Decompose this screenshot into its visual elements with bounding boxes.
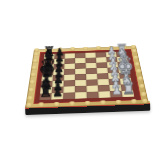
board-tilt-wrapper: ♜♞♝♛♚♝♞♜♟♟♟♟♟♟♟♟♟♟♟♟♟♟♟♟♜♞♝♛♚♝♞♜ [0,0,160,160]
frame-stud [69,101,75,106]
frame-stud [139,84,144,88]
frame-stud [96,46,101,50]
square-h4[interactable] [87,92,99,99]
frame-stud [38,102,44,107]
frame-stud [130,99,136,104]
frame-stud [26,102,32,107]
frame-stud [27,96,33,101]
square-h5[interactable] [75,92,87,99]
frame-stud [100,100,106,105]
frame-stud [53,102,59,107]
frame-stud [83,46,88,50]
frame-stud [115,99,121,104]
white-rook-h1[interactable]: ♜ [117,80,139,96]
chess-set-render: ♜♞♝♛♚♝♞♜♟♟♟♟♟♟♟♟♟♟♟♟♟♟♟♟♜♞♝♛♚♝♞♜ [0,0,160,160]
chess-board: ♜♞♝♛♚♝♞♜♟♟♟♟♟♟♟♟♟♟♟♟♟♟♟♟♜♞♝♛♚♝♞♜ [25,46,149,108]
black-pawn-h7[interactable]: ♟ [46,86,68,99]
frame-stud [84,100,90,105]
frame-stud [142,98,148,103]
frame-stud [141,92,147,97]
frame-stud [28,88,33,92]
frame-stud [70,47,75,51]
